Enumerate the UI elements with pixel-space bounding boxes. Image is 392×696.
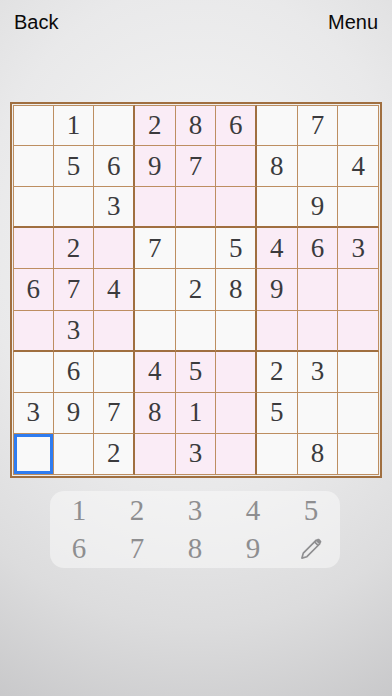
grid-cell-r4-c4[interactable]: 7 [135,228,176,269]
grid-cell-r7-c2[interactable]: 6 [54,352,95,393]
numpad-key-1[interactable]: 1 [50,491,108,530]
grid-cell-r1-c7[interactable] [257,105,298,146]
grid-cell-r2-c5[interactable]: 7 [176,146,217,187]
grid-cell-r1-c5[interactable]: 8 [176,105,217,146]
grid-cell-r9-c3[interactable]: 2 [94,434,135,475]
numpad-key-4[interactable]: 4 [224,491,282,530]
grid-cell-r5-c2[interactable]: 7 [54,269,95,310]
grid-cell-r6-c8[interactable] [298,311,339,352]
numpad-key-2[interactable]: 2 [108,491,166,530]
grid-cell-r6-c7[interactable] [257,311,298,352]
grid-cell-r8-c1[interactable]: 3 [13,393,54,434]
grid-cell-r2-c1[interactable] [13,146,54,187]
grid-cell-r8-c9[interactable] [338,393,379,434]
grid-cell-r3-c6[interactable] [216,187,257,228]
back-button[interactable]: Back [14,11,58,34]
grid-cell-r2-c4[interactable]: 9 [135,146,176,187]
numpad-key-8[interactable]: 8 [166,530,224,569]
number-pad: 1 2 3 4 5 6 7 8 9 [50,491,340,568]
grid-cell-r1-c6[interactable]: 6 [216,105,257,146]
grid-cell-r1-c4[interactable]: 2 [135,105,176,146]
grid-cell-r7-c8[interactable]: 3 [298,352,339,393]
grid-cell-r5-c6[interactable]: 8 [216,269,257,310]
grid-cell-r4-c6[interactable]: 5 [216,228,257,269]
grid-cell-r7-c5[interactable]: 5 [176,352,217,393]
grid-cell-r4-c3[interactable] [94,228,135,269]
grid-cell-r6-c6[interactable] [216,311,257,352]
grid-cell-r5-c9[interactable] [338,269,379,310]
grid-cell-r3-c9[interactable] [338,187,379,228]
grid-cell-r9-c5[interactable]: 3 [176,434,217,475]
numpad-key-6[interactable]: 6 [50,530,108,569]
numpad-key-9[interactable]: 9 [224,530,282,569]
grid-cell-r3-c1[interactable] [13,187,54,228]
grid-cell-r5-c1[interactable]: 6 [13,269,54,310]
sudoku-board: 1286756978439275463674289364523397815238 [10,102,382,478]
grid-cell-r2-c8[interactable] [298,146,339,187]
grid-cell-r8-c2[interactable]: 9 [54,393,95,434]
grid-cell-r6-c2[interactable]: 3 [54,311,95,352]
grid-cell-r2-c6[interactable] [216,146,257,187]
grid-cell-r9-c7[interactable] [257,434,298,475]
grid-cell-r6-c3[interactable] [94,311,135,352]
grid-cell-r1-c1[interactable] [13,105,54,146]
numpad-key-7[interactable]: 7 [108,530,166,569]
numpad-key-5[interactable]: 5 [282,491,340,530]
grid-cell-r9-c4[interactable] [135,434,176,475]
grid-cell-r8-c4[interactable]: 8 [135,393,176,434]
grid-cell-r2-c2[interactable]: 5 [54,146,95,187]
grid-cell-r9-c9[interactable] [338,434,379,475]
grid-cell-r4-c9[interactable]: 3 [338,228,379,269]
grid-cell-r5-c7[interactable]: 9 [257,269,298,310]
grid-cell-r8-c6[interactable] [216,393,257,434]
grid-cell-r3-c4[interactable] [135,187,176,228]
pencil-icon [298,535,325,562]
grid-cell-r3-c7[interactable] [257,187,298,228]
grid-cell-r1-c8[interactable]: 7 [298,105,339,146]
numpad-key-3[interactable]: 3 [166,491,224,530]
grid-cell-r7-c4[interactable]: 4 [135,352,176,393]
grid-cell-r7-c9[interactable] [338,352,379,393]
grid-cell-r4-c1[interactable] [13,228,54,269]
grid-cell-r5-c3[interactable]: 4 [94,269,135,310]
grid-cell-r2-c9[interactable]: 4 [338,146,379,187]
grid-cell-r8-c5[interactable]: 1 [176,393,217,434]
grid-cell-r4-c5[interactable] [176,228,217,269]
menu-button[interactable]: Menu [328,11,378,34]
grid-cell-r1-c9[interactable] [338,105,379,146]
grid-cell-r1-c2[interactable]: 1 [54,105,95,146]
grid-cell-r9-c1[interactable] [13,434,54,475]
grid-cell-r8-c3[interactable]: 7 [94,393,135,434]
grid-cell-r3-c2[interactable] [54,187,95,228]
grid-cell-r7-c3[interactable] [94,352,135,393]
grid-cell-r7-c1[interactable] [13,352,54,393]
grid-cell-r3-c8[interactable]: 9 [298,187,339,228]
grid-cell-r9-c6[interactable] [216,434,257,475]
grid-cell-r4-c7[interactable]: 4 [257,228,298,269]
grid-cell-r9-c2[interactable] [54,434,95,475]
pencil-button[interactable] [282,530,340,569]
grid-cell-r6-c9[interactable] [338,311,379,352]
grid-cell-r8-c8[interactable] [298,393,339,434]
grid-cell-r7-c6[interactable] [216,352,257,393]
grid-cell-r5-c8[interactable] [298,269,339,310]
grid-cell-r8-c7[interactable]: 5 [257,393,298,434]
grid-cell-r6-c1[interactable] [13,311,54,352]
grid-cell-r6-c4[interactable] [135,311,176,352]
grid-cell-r7-c7[interactable]: 2 [257,352,298,393]
grid-cell-r5-c4[interactable] [135,269,176,310]
grid-cell-r4-c2[interactable]: 2 [54,228,95,269]
grid-cell-r2-c3[interactable]: 6 [94,146,135,187]
grid-cell-r6-c5[interactable] [176,311,217,352]
grid-cell-r4-c8[interactable]: 6 [298,228,339,269]
grid-cell-r3-c5[interactable] [176,187,217,228]
grid-cell-r5-c5[interactable]: 2 [176,269,217,310]
grid-cell-r9-c8[interactable]: 8 [298,434,339,475]
grid-cell-r2-c7[interactable]: 8 [257,146,298,187]
grid-cell-r1-c3[interactable] [94,105,135,146]
grid-cell-r3-c3[interactable]: 3 [94,187,135,228]
